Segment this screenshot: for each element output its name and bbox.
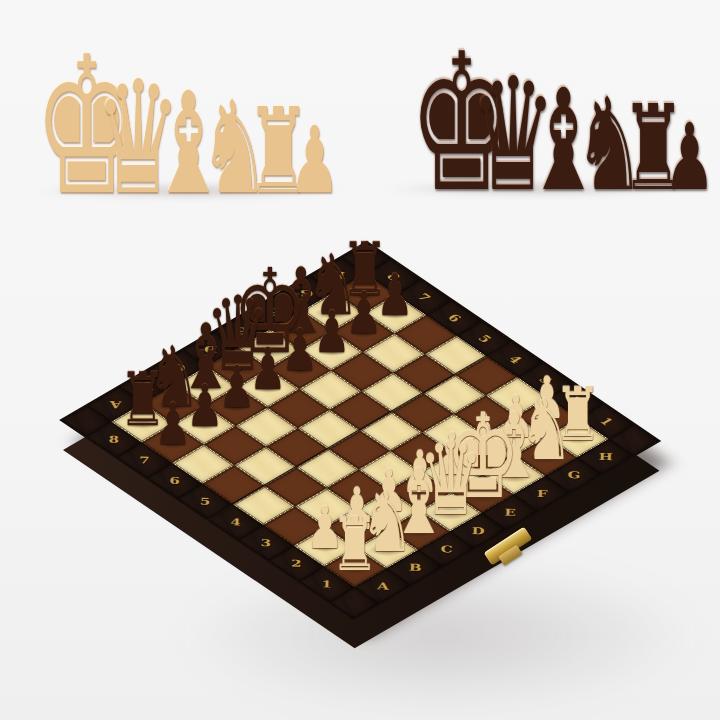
rank-label-text: 1 xyxy=(321,578,332,590)
black-rook-lineup: ♜ xyxy=(621,89,649,207)
file-label-text: B xyxy=(141,380,154,392)
rank-label-text: 1 xyxy=(596,415,616,427)
file-label-text: D xyxy=(204,343,217,355)
file-label-text: E xyxy=(504,506,516,518)
rank-label-text: 5 xyxy=(475,332,495,344)
file-label-text: F xyxy=(269,306,280,318)
black-pawn-lineup: ♟ xyxy=(664,112,687,204)
file-label-text: A xyxy=(109,398,121,410)
rank-label-text: 7 xyxy=(139,454,150,466)
rank-label-text: 8 xyxy=(383,270,403,282)
file-label-text: H xyxy=(330,269,345,281)
file-label-text: G xyxy=(299,287,312,299)
white-rook-lineup: ♜ xyxy=(246,92,274,210)
rank-label-text: 5 xyxy=(200,496,211,508)
white-pawn-lineup: ♟ xyxy=(289,115,312,207)
rank-label-text: 3 xyxy=(261,537,272,549)
rank-label-text: 4 xyxy=(505,353,525,365)
rank-label-text: 2 xyxy=(291,558,302,570)
file-label-text: D xyxy=(471,525,484,537)
rank-label-text: 3 xyxy=(535,374,555,386)
black-queen-lineup: ♛ xyxy=(470,57,505,213)
file-label-text: B xyxy=(408,562,421,574)
white-queen-lineup: ♛ xyxy=(95,60,130,216)
file-label-text: E xyxy=(236,324,248,336)
file-label-text: G xyxy=(567,469,580,481)
black-bishop-lineup: ♝ xyxy=(525,71,556,211)
white-bishop-lineup: ♝ xyxy=(150,74,181,214)
file-label-text: A xyxy=(377,580,389,592)
file-label-text: C xyxy=(173,361,185,373)
dark-pieces-lineup: ♚♛♝♞♜♟ xyxy=(397,29,694,219)
rank-label-text: 8 xyxy=(109,434,120,446)
light-pieces-lineup: ♚♛♝♞♜♟ xyxy=(22,32,319,222)
file-label-text: F xyxy=(536,488,547,500)
rank-label-text: 6 xyxy=(169,475,180,487)
black-knight-lineup: ♞ xyxy=(574,81,603,209)
chess-set-product-photo: ♚♛♝♞♜♟ ♚♛♝♞♜♟ ABCDEFGH8877665544332211AB… xyxy=(0,0,720,720)
white-king-lineup: ♚ xyxy=(34,32,72,222)
rank-label-text: 2 xyxy=(566,394,586,406)
file-label-text: C xyxy=(440,543,452,555)
rank-label-text: 7 xyxy=(414,291,434,303)
file-label-text: H xyxy=(598,451,613,463)
black-king-lineup: ♚ xyxy=(409,29,447,219)
rank-label-text: 6 xyxy=(444,312,464,324)
rank-label-text: 4 xyxy=(230,516,241,528)
white-knight-lineup: ♞ xyxy=(199,84,228,212)
